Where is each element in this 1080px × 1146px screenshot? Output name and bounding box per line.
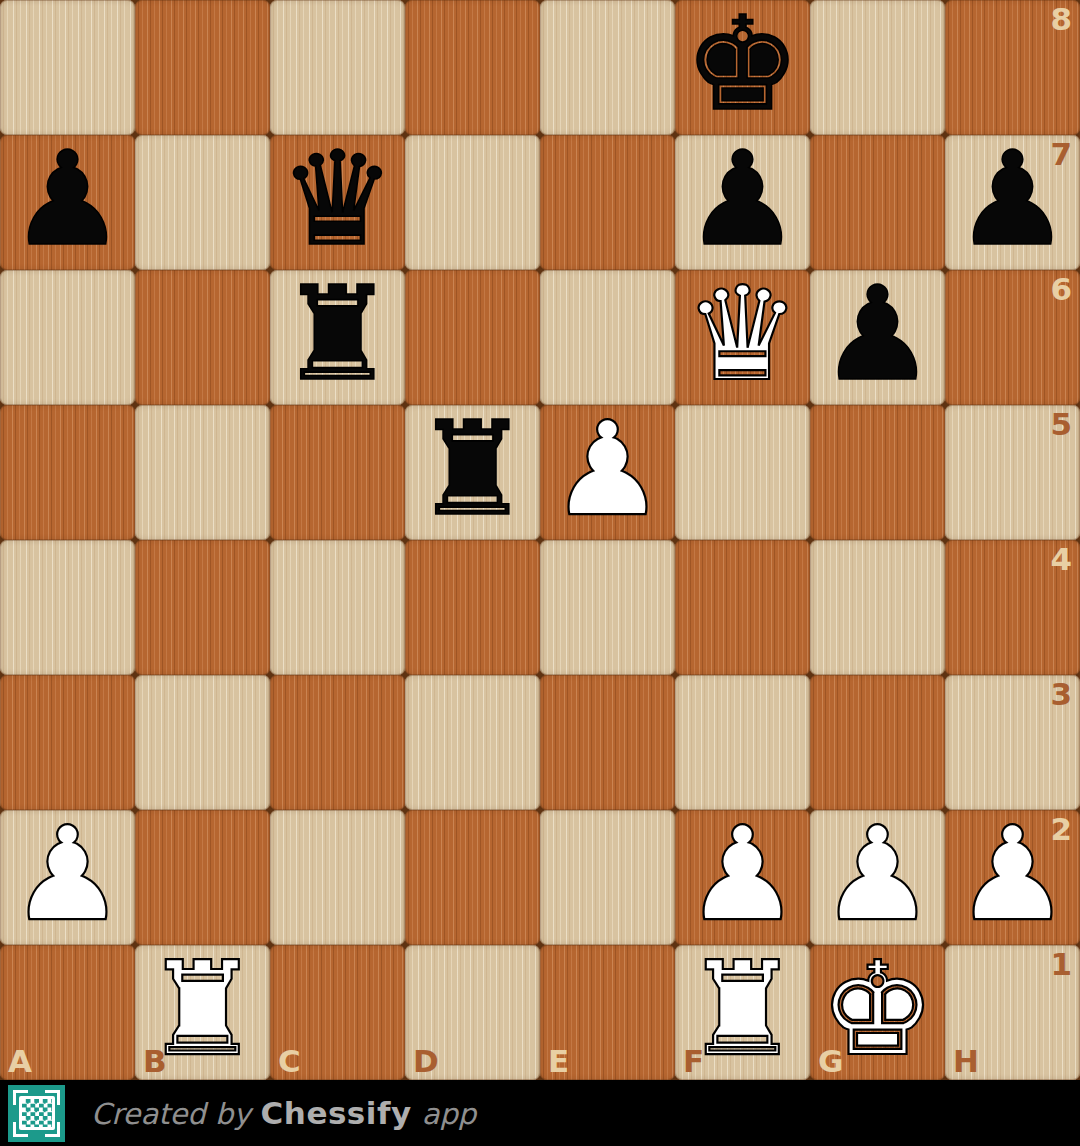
- square-a3[interactable]: [0, 675, 135, 810]
- square-h8[interactable]: 8: [945, 0, 1080, 135]
- rank-label-4: 4: [1050, 544, 1072, 575]
- square-d2[interactable]: [405, 810, 540, 945]
- rank-label-7: 7: [1050, 139, 1072, 170]
- file-label-a: A: [8, 1046, 32, 1077]
- square-a7[interactable]: ♟: [0, 135, 135, 270]
- credit-brand-chessify: Chessify: [261, 1095, 412, 1131]
- square-e1[interactable]: E: [540, 945, 675, 1080]
- credit-text: Created by Chessify app: [91, 1095, 476, 1131]
- square-b1[interactable]: ♜B: [135, 945, 270, 1080]
- square-d5[interactable]: ♜: [405, 405, 540, 540]
- square-a1[interactable]: A: [0, 945, 135, 1080]
- piece-white-pawn-g2: ♟: [819, 809, 936, 939]
- square-h4[interactable]: 4: [945, 540, 1080, 675]
- square-g3[interactable]: [810, 675, 945, 810]
- square-c2[interactable]: [270, 810, 405, 945]
- square-h7[interactable]: ♟7: [945, 135, 1080, 270]
- file-label-f: F: [683, 1046, 704, 1077]
- icon-checkerboard: [19, 1096, 55, 1130]
- file-label-h: H: [953, 1046, 979, 1077]
- square-a8[interactable]: [0, 0, 135, 135]
- file-label-g: G: [818, 1046, 843, 1077]
- chess-board: ♚8♟♛♟♟7♜♛♟6♜♟543♟♟♟♟2A♜BCDE♜F♚GH1: [0, 0, 1080, 1080]
- square-e7[interactable]: [540, 135, 675, 270]
- square-d1[interactable]: D: [405, 945, 540, 1080]
- chessify-diagram: ♚8♟♛♟♟7♜♛♟6♜♟543♟♟♟♟2A♜BCDE♜F♚GH1 Create…: [0, 0, 1080, 1146]
- piece-black-king-f8: ♚: [684, 0, 801, 129]
- square-b6[interactable]: [135, 270, 270, 405]
- square-g2[interactable]: ♟: [810, 810, 945, 945]
- file-label-b: B: [143, 1046, 167, 1077]
- square-e6[interactable]: [540, 270, 675, 405]
- rank-label-5: 5: [1050, 409, 1072, 440]
- chessify-board-scan-icon: [8, 1085, 65, 1142]
- square-h3[interactable]: 3: [945, 675, 1080, 810]
- credit-app-label: app: [422, 1097, 477, 1131]
- rank-label-2: 2: [1050, 814, 1072, 845]
- square-b5[interactable]: [135, 405, 270, 540]
- square-f6[interactable]: ♛: [675, 270, 810, 405]
- footer-credit-bar: Created by Chessify app: [0, 1080, 1080, 1146]
- piece-black-pawn-g6: ♟: [819, 269, 936, 399]
- square-c5[interactable]: [270, 405, 405, 540]
- square-e5[interactable]: ♟: [540, 405, 675, 540]
- square-g8[interactable]: [810, 0, 945, 135]
- square-d3[interactable]: [405, 675, 540, 810]
- icon-checker-pattern: [22, 1099, 52, 1127]
- square-g6[interactable]: ♟: [810, 270, 945, 405]
- square-f3[interactable]: [675, 675, 810, 810]
- piece-black-rook-d5: ♜: [414, 404, 531, 534]
- rank-label-8: 8: [1050, 4, 1072, 35]
- file-label-e: E: [548, 1046, 569, 1077]
- square-d7[interactable]: [405, 135, 540, 270]
- square-g4[interactable]: [810, 540, 945, 675]
- square-a6[interactable]: [0, 270, 135, 405]
- square-b2[interactable]: [135, 810, 270, 945]
- piece-black-queen-c7: ♛: [279, 134, 396, 264]
- square-f5[interactable]: [675, 405, 810, 540]
- square-f1[interactable]: ♜F: [675, 945, 810, 1080]
- square-c4[interactable]: [270, 540, 405, 675]
- square-d4[interactable]: [405, 540, 540, 675]
- square-a5[interactable]: [0, 405, 135, 540]
- square-d8[interactable]: [405, 0, 540, 135]
- square-c7[interactable]: ♛: [270, 135, 405, 270]
- square-g5[interactable]: [810, 405, 945, 540]
- square-e8[interactable]: [540, 0, 675, 135]
- square-b8[interactable]: [135, 0, 270, 135]
- rank-label-3: 3: [1050, 679, 1072, 710]
- square-h1[interactable]: H1: [945, 945, 1080, 1080]
- file-label-c: C: [278, 1046, 301, 1077]
- square-d6[interactable]: [405, 270, 540, 405]
- square-f2[interactable]: ♟: [675, 810, 810, 945]
- piece-white-pawn-e5: ♟: [549, 404, 666, 534]
- file-label-d: D: [413, 1046, 439, 1077]
- piece-black-pawn-a7: ♟: [9, 134, 126, 264]
- piece-white-queen-f6: ♛: [684, 269, 801, 399]
- square-e3[interactable]: [540, 675, 675, 810]
- square-e2[interactable]: [540, 810, 675, 945]
- square-g7[interactable]: [810, 135, 945, 270]
- piece-white-pawn-f2: ♟: [684, 809, 801, 939]
- square-c3[interactable]: [270, 675, 405, 810]
- piece-black-pawn-f7: ♟: [684, 134, 801, 264]
- square-a4[interactable]: [0, 540, 135, 675]
- square-b3[interactable]: [135, 675, 270, 810]
- square-g1[interactable]: ♚G: [810, 945, 945, 1080]
- square-h5[interactable]: 5: [945, 405, 1080, 540]
- rank-label-6: 6: [1050, 274, 1072, 305]
- rank-label-1: 1: [1050, 949, 1072, 980]
- square-c6[interactable]: ♜: [270, 270, 405, 405]
- piece-black-rook-c6: ♜: [279, 269, 396, 399]
- square-f4[interactable]: [675, 540, 810, 675]
- square-h6[interactable]: 6: [945, 270, 1080, 405]
- square-e4[interactable]: [540, 540, 675, 675]
- square-a2[interactable]: ♟: [0, 810, 135, 945]
- square-h2[interactable]: ♟2: [945, 810, 1080, 945]
- square-f7[interactable]: ♟: [675, 135, 810, 270]
- piece-white-pawn-a2: ♟: [9, 809, 126, 939]
- square-c8[interactable]: [270, 0, 405, 135]
- square-b7[interactable]: [135, 135, 270, 270]
- square-b4[interactable]: [135, 540, 270, 675]
- square-c1[interactable]: C: [270, 945, 405, 1080]
- credit-created-by: Created by: [91, 1097, 251, 1131]
- square-f8[interactable]: ♚: [675, 0, 810, 135]
